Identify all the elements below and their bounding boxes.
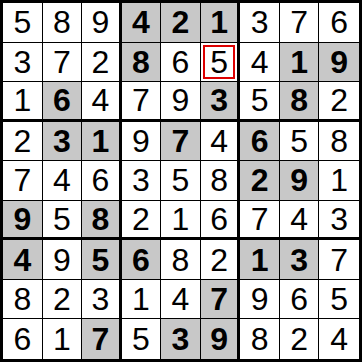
cell-digit: 4 [251,46,269,78]
sudoku-cell[interactable]: 4 [319,319,359,359]
cell-digit: 9 [91,6,109,38]
sudoku-cell[interactable]: 7 [82,319,122,359]
sudoku-cell[interactable]: 1 [82,122,122,162]
cell-digit: 1 [251,244,269,276]
cell-digit: 5 [53,203,71,235]
sudoku-cell[interactable]: 5 [319,280,359,320]
sudoku-cell[interactable]: 2 [240,161,280,201]
sudoku-cell[interactable]: 8 [280,82,320,122]
sudoku-cell[interactable]: 1 [3,82,43,122]
sudoku-cell[interactable]: 2 [122,201,162,241]
sudoku-cell[interactable]: 3 [82,280,122,320]
sudoku-cell[interactable]: 5 [43,201,83,241]
cell-digit: 7 [53,46,71,78]
cell-digit: 8 [290,84,308,116]
cell-digit: 7 [210,283,228,315]
sudoku-cell[interactable]: 7 [43,43,83,83]
sudoku-cell[interactable]: 3 [161,319,201,359]
cell-digit: 6 [91,164,109,196]
sudoku-cell[interactable]: 9 [82,3,122,43]
sudoku-cell[interactable]: 8 [3,280,43,320]
sudoku-cell[interactable]: 4 [201,122,241,162]
sudoku-cell[interactable]: 6 [280,280,320,320]
cell-digit: 5 [210,46,228,78]
cell-digit: 9 [13,203,31,235]
cell-digit: 7 [13,164,31,196]
cell-digit: 6 [251,125,269,157]
sudoku-cell[interactable]: 7 [280,3,320,43]
cell-digit: 5 [251,84,269,116]
cell-digit: 3 [172,323,190,355]
sudoku-cell[interactable]: 9 [161,82,201,122]
cell-digit: 3 [132,164,150,196]
sudoku-board: 5894213763728654191647935822319746587463… [0,0,362,362]
cell-digit: 8 [53,6,71,38]
cell-digit: 4 [53,164,71,196]
cell-digit: 8 [91,203,109,235]
sudoku-cell[interactable]: 3 [3,43,43,83]
sudoku-cell[interactable]: 4 [3,240,43,280]
sudoku-cell[interactable]: 1 [280,43,320,83]
cell-digit: 3 [91,283,109,315]
cell-digit: 6 [53,84,71,116]
cell-digit: 7 [172,125,190,157]
cell-digit: 3 [251,6,269,38]
cell-digit: 9 [251,283,269,315]
cell-digit: 6 [290,283,308,315]
cell-digit: 1 [132,283,150,315]
sudoku-cell[interactable]: 8 [122,43,162,83]
cell-digit: 4 [172,283,190,315]
cell-digit: 3 [53,125,71,157]
cell-digit: 6 [330,6,348,38]
cell-digit: 9 [330,46,348,78]
sudoku-cell[interactable]: 7 [161,122,201,162]
sudoku-cell[interactable]: 2 [201,240,241,280]
sudoku-cell[interactable]: 5 [280,122,320,162]
sudoku-cell[interactable]: 5 [3,3,43,43]
sudoku-cell[interactable]: 7 [122,82,162,122]
cell-digit: 8 [132,46,150,78]
sudoku-cell[interactable]: 4 [240,43,280,83]
cell-digit: 7 [251,203,269,235]
cell-digit: 4 [132,6,150,38]
cell-digit: 4 [13,244,31,276]
sudoku-cell[interactable]: 7 [319,240,359,280]
sudoku-cell[interactable]: 9 [319,43,359,83]
sudoku-cell[interactable]: 8 [161,240,201,280]
cell-digit: 5 [172,164,190,196]
sudoku-cell[interactable]: 4 [82,82,122,122]
cell-digit: 1 [210,6,228,38]
sudoku-cell[interactable]: 9 [122,122,162,162]
sudoku-cell[interactable]: 2 [3,122,43,162]
cell-digit: 4 [210,125,228,157]
sudoku-cell[interactable]: 4 [122,3,162,43]
sudoku-cell[interactable]: 4 [43,161,83,201]
cell-digit: 6 [13,323,31,355]
cell-digit: 2 [210,244,228,276]
cell-digit: 2 [290,323,308,355]
sudoku-cell[interactable]: 6 [161,43,201,83]
sudoku-cell[interactable]: 3 [201,82,241,122]
sudoku-cell[interactable]: 6 [122,240,162,280]
cell-digit: 9 [210,323,228,355]
cell-digit: 4 [91,84,109,116]
sudoku-cell[interactable]: 9 [3,201,43,241]
sudoku-cell[interactable]: 4 [280,201,320,241]
sudoku-cell[interactable]: 2 [161,3,201,43]
cell-digit: 6 [172,46,190,78]
cell-digit: 5 [91,244,109,276]
cell-digit: 8 [330,125,348,157]
cell-digit: 1 [290,46,308,78]
sudoku-cell[interactable]: 8 [240,319,280,359]
sudoku-cell[interactable]: 7 [240,201,280,241]
sudoku-cell[interactable]: 7 [201,280,241,320]
cell-digit: 2 [172,6,190,38]
sudoku-cell[interactable]: 6 [82,161,122,201]
cell-digit: 8 [251,323,269,355]
cell-digit: 8 [172,244,190,276]
cell-digit: 1 [330,164,348,196]
sudoku-cell[interactable]: 6 [240,122,280,162]
sudoku-cell[interactable]: 9 [201,319,241,359]
sudoku-cell[interactable]: 1 [122,280,162,320]
cell-digit: 2 [13,125,31,157]
sudoku-cell[interactable]: 8 [43,3,83,43]
cell-digit: 2 [251,164,269,196]
sudoku-cell[interactable]: 6 [3,319,43,359]
cell-digit: 7 [330,244,348,276]
sudoku-cell[interactable]: 1 [161,201,201,241]
sudoku-cell[interactable]: 8 [201,161,241,201]
sudoku-cell[interactable]: 2 [82,43,122,83]
sudoku-cell[interactable]: 5 [240,82,280,122]
sudoku-cell[interactable]: 1 [43,319,83,359]
cell-digit: 1 [91,125,109,157]
sudoku-cell[interactable]: 5 [82,240,122,280]
sudoku-cell[interactable]: 3 [240,3,280,43]
sudoku-cell[interactable]: 5 [161,161,201,201]
cell-digit: 1 [53,323,71,355]
sudoku-cell[interactable]: 9 [240,280,280,320]
sudoku-cell[interactable]: 5 [122,319,162,359]
sudoku-cell[interactable]: 1 [240,240,280,280]
cell-digit: 9 [53,244,71,276]
cell-digit: 3 [330,203,348,235]
sudoku-cell[interactable]: 2 [43,280,83,320]
cell-digit: 7 [91,323,109,355]
cell-digit: 5 [132,323,150,355]
sudoku-cell[interactable]: 9 [43,240,83,280]
cell-digit: 8 [210,164,228,196]
cell-digit: 7 [290,6,308,38]
cell-digit: 3 [290,244,308,276]
selected-cell[interactable]: 5 [201,43,241,83]
cell-digit: 5 [290,125,308,157]
sudoku-cell[interactable]: 7 [3,161,43,201]
cell-digit: 9 [132,125,150,157]
cell-digit: 2 [132,203,150,235]
sudoku-cell[interactable]: 6 [201,201,241,241]
cell-digit: 4 [330,323,348,355]
sudoku-cell[interactable]: 1 [201,3,241,43]
sudoku-cell[interactable]: 3 [280,240,320,280]
cell-digit: 3 [13,46,31,78]
cell-digit: 9 [290,164,308,196]
sudoku-cell[interactable]: 6 [319,3,359,43]
cell-digit: 1 [172,203,190,235]
sudoku-cell[interactable]: 1 [319,161,359,201]
cell-digit: 5 [13,6,31,38]
sudoku-cell[interactable]: 3 [319,201,359,241]
cell-digit: 6 [210,203,228,235]
sudoku-cell[interactable]: 3 [122,161,162,201]
cell-digit: 3 [210,84,228,116]
sudoku-cell[interactable]: 9 [280,161,320,201]
cell-digit: 6 [132,244,150,276]
sudoku-cell[interactable]: 2 [319,82,359,122]
cell-digit: 9 [172,84,190,116]
sudoku-cell[interactable]: 6 [43,82,83,122]
sudoku-cell[interactable]: 2 [280,319,320,359]
cell-digit: 1 [13,84,31,116]
sudoku-cell[interactable]: 8 [82,201,122,241]
cell-digit: 4 [290,203,308,235]
cell-digit: 5 [330,283,348,315]
cell-digit: 8 [13,283,31,315]
sudoku-cell[interactable]: 3 [43,122,83,162]
sudoku-cell[interactable]: 8 [319,122,359,162]
cell-digit: 2 [91,46,109,78]
cell-digit: 7 [132,84,150,116]
cell-digit: 2 [53,283,71,315]
sudoku-cell[interactable]: 4 [161,280,201,320]
cell-digit: 2 [330,84,348,116]
